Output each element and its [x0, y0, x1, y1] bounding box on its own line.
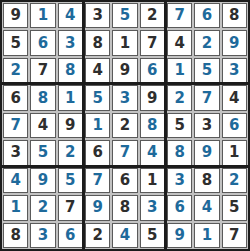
cell-r6c7[interactable]: 8	[167, 140, 192, 165]
cell-r9c5[interactable]: 4	[112, 223, 137, 248]
cell-r9c1[interactable]: 8	[3, 223, 28, 248]
cell-r8c3[interactable]: 7	[58, 195, 83, 220]
cell-r2c7[interactable]: 4	[167, 30, 192, 55]
cell-r3c8[interactable]: 5	[194, 58, 219, 83]
cell-r5c7[interactable]: 5	[167, 113, 192, 138]
cell-r8c9[interactable]: 5	[222, 195, 247, 220]
cell-r7c2[interactable]: 9	[30, 168, 55, 193]
cell-r4c4[interactable]: 5	[85, 85, 110, 110]
cell-r1c5[interactable]: 5	[112, 3, 137, 28]
cell-r2c1[interactable]: 5	[3, 30, 28, 55]
cell-r8c4[interactable]: 9	[85, 195, 110, 220]
cell-r6c3[interactable]: 2	[58, 140, 83, 165]
cell-r7c7[interactable]: 3	[167, 168, 192, 193]
cell-r2c4[interactable]: 8	[85, 30, 110, 55]
cell-r5c1[interactable]: 7	[3, 113, 28, 138]
cell-r4c6[interactable]: 9	[140, 85, 165, 110]
cell-r3c9[interactable]: 3	[222, 58, 247, 83]
cell-r7c9[interactable]: 2	[222, 168, 247, 193]
cell-r3c4[interactable]: 4	[85, 58, 110, 83]
cell-r7c8[interactable]: 8	[194, 168, 219, 193]
cell-r8c5[interactable]: 8	[112, 195, 137, 220]
cell-r2c6[interactable]: 7	[140, 30, 165, 55]
cell-r3c2[interactable]: 7	[30, 58, 55, 83]
cell-r5c5[interactable]: 2	[112, 113, 137, 138]
cell-r5c6[interactable]: 8	[140, 113, 165, 138]
cell-r2c8[interactable]: 2	[194, 30, 219, 55]
cell-r3c7[interactable]: 1	[167, 58, 192, 83]
cell-r2c5[interactable]: 1	[112, 30, 137, 55]
cell-r7c4[interactable]: 7	[85, 168, 110, 193]
cell-r3c6[interactable]: 6	[140, 58, 165, 83]
cell-r2c3[interactable]: 3	[58, 30, 83, 55]
cell-r4c8[interactable]: 7	[194, 85, 219, 110]
cell-r4c9[interactable]: 4	[222, 85, 247, 110]
cell-r6c2[interactable]: 5	[30, 140, 55, 165]
cell-r1c4[interactable]: 3	[85, 3, 110, 28]
cell-r4c7[interactable]: 2	[167, 85, 192, 110]
cell-r9c2[interactable]: 3	[30, 223, 55, 248]
sudoku-board: 9143527685638174292784961536815392747491…	[0, 0, 250, 251]
cell-r3c1[interactable]: 2	[3, 58, 28, 83]
cell-r2c2[interactable]: 6	[30, 30, 55, 55]
cell-r8c6[interactable]: 3	[140, 195, 165, 220]
cell-r6c1[interactable]: 3	[3, 140, 28, 165]
cell-r1c9[interactable]: 8	[222, 3, 247, 28]
cell-r3c3[interactable]: 8	[58, 58, 83, 83]
cell-r4c2[interactable]: 8	[30, 85, 55, 110]
cell-r9c8[interactable]: 1	[194, 223, 219, 248]
cell-r1c7[interactable]: 7	[167, 3, 192, 28]
cell-r1c2[interactable]: 1	[30, 3, 55, 28]
cell-r7c1[interactable]: 4	[3, 168, 28, 193]
cell-r1c3[interactable]: 4	[58, 3, 83, 28]
cell-r4c1[interactable]: 6	[3, 85, 28, 110]
cell-r9c3[interactable]: 6	[58, 223, 83, 248]
cell-r5c4[interactable]: 1	[85, 113, 110, 138]
cell-r5c3[interactable]: 9	[58, 113, 83, 138]
cell-r5c9[interactable]: 6	[222, 113, 247, 138]
cell-r9c6[interactable]: 5	[140, 223, 165, 248]
cell-r7c5[interactable]: 6	[112, 168, 137, 193]
cell-r7c3[interactable]: 5	[58, 168, 83, 193]
cell-r9c4[interactable]: 2	[85, 223, 110, 248]
cell-r1c1[interactable]: 9	[3, 3, 28, 28]
cell-r6c4[interactable]: 6	[85, 140, 110, 165]
cell-r1c8[interactable]: 6	[194, 3, 219, 28]
cell-r1c6[interactable]: 2	[140, 3, 165, 28]
cell-r6c8[interactable]: 9	[194, 140, 219, 165]
cell-r6c9[interactable]: 1	[222, 140, 247, 165]
cell-r5c8[interactable]: 3	[194, 113, 219, 138]
cell-r5c2[interactable]: 4	[30, 113, 55, 138]
cell-r6c6[interactable]: 4	[140, 140, 165, 165]
cell-r8c1[interactable]: 1	[3, 195, 28, 220]
cell-r8c7[interactable]: 6	[167, 195, 192, 220]
cell-r6c5[interactable]: 7	[112, 140, 137, 165]
cell-r2c9[interactable]: 9	[222, 30, 247, 55]
cell-r9c9[interactable]: 7	[222, 223, 247, 248]
cell-r8c8[interactable]: 4	[194, 195, 219, 220]
cell-r4c5[interactable]: 3	[112, 85, 137, 110]
cell-r7c6[interactable]: 1	[140, 168, 165, 193]
cell-r8c2[interactable]: 2	[30, 195, 55, 220]
cell-r9c7[interactable]: 9	[167, 223, 192, 248]
cell-r3c5[interactable]: 9	[112, 58, 137, 83]
cell-r4c3[interactable]: 1	[58, 85, 83, 110]
